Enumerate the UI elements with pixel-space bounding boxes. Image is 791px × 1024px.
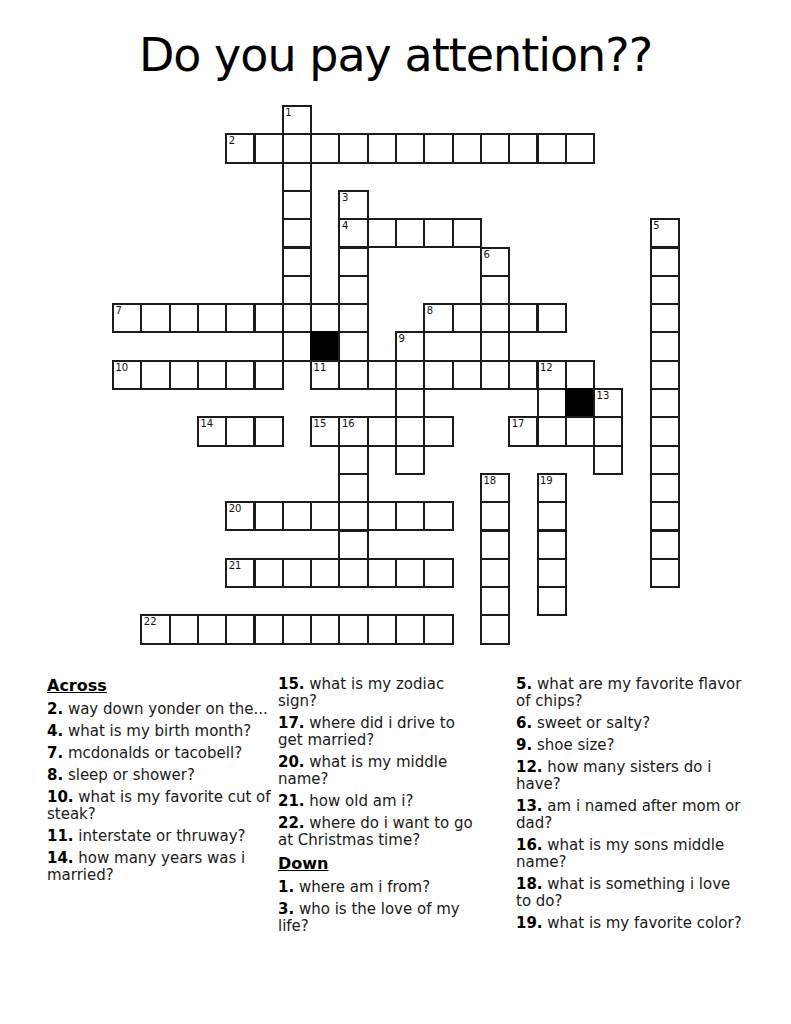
across-clue-20: 20. what is my middle name? xyxy=(278,754,484,788)
grid-cell[interactable] xyxy=(310,558,340,588)
clue-column-1: Across2. way down yonder on the...4. wha… xyxy=(47,676,275,889)
grid-cell[interactable] xyxy=(395,558,425,588)
cell-number: 20 xyxy=(229,504,242,514)
cell-number: 19 xyxy=(540,476,553,486)
grid-cell[interactable] xyxy=(367,501,397,531)
grid-cell[interactable] xyxy=(197,303,227,333)
cell-number: 21 xyxy=(229,561,242,571)
cell-number: 18 xyxy=(483,476,496,486)
clue-number-label: 15. xyxy=(278,675,305,693)
cell-number: 3 xyxy=(342,193,348,203)
grid-cell[interactable] xyxy=(254,501,284,531)
grid-cell[interactable] xyxy=(423,416,453,446)
grid-cell[interactable] xyxy=(650,501,680,531)
grid-cell[interactable] xyxy=(593,445,623,475)
grid-cell[interactable] xyxy=(254,558,284,588)
grid-cell[interactable] xyxy=(338,360,368,390)
cell-number: 1 xyxy=(285,108,291,118)
down-clue-12: 12. how many sisters do i have? xyxy=(516,759,744,793)
across-clue-21: 21. how old am i? xyxy=(278,793,484,810)
across-clue-8: 8. sleep or shower? xyxy=(47,767,275,784)
across-clue-11: 11. interstate or thruway? xyxy=(47,828,275,845)
cell-number: 10 xyxy=(116,363,129,373)
across-clue-14: 14. how many years was i married? xyxy=(47,850,275,884)
grid-cell[interactable] xyxy=(395,388,425,418)
grid-cell[interactable] xyxy=(225,416,255,446)
grid-cell[interactable] xyxy=(480,360,510,390)
grid-cell[interactable] xyxy=(480,586,510,616)
grid-cell[interactable] xyxy=(225,303,255,333)
grid-cell[interactable] xyxy=(282,133,312,163)
clue-number-label: 11. xyxy=(47,827,74,845)
across-clue-15: 15. what is my zodiac sign? xyxy=(278,676,484,710)
grid-cell[interactable] xyxy=(254,614,284,644)
cell-number: 13 xyxy=(597,391,610,401)
grid-cell[interactable] xyxy=(650,360,680,390)
clue-number-label: 6. xyxy=(516,714,532,732)
grid-cell[interactable] xyxy=(480,530,510,560)
grid-cell[interactable] xyxy=(423,614,453,644)
grid-cell[interactable] xyxy=(140,360,170,390)
across-header: Across xyxy=(47,676,275,695)
clue-number-label: 17. xyxy=(278,714,305,732)
cell-number: 9 xyxy=(399,334,405,344)
grid-cell[interactable] xyxy=(650,445,680,475)
grid-cell[interactable] xyxy=(650,473,680,503)
cell-number: 17 xyxy=(512,419,525,429)
grid-cell[interactable] xyxy=(367,133,397,163)
clue-number-label: 14. xyxy=(47,849,74,867)
across-clue-22: 22. where do i want to go at Christmas t… xyxy=(278,815,484,849)
grid-cell[interactable] xyxy=(537,303,567,333)
clue-number-label: 18. xyxy=(516,875,543,893)
grid-cell[interactable] xyxy=(395,445,425,475)
grid-cell[interactable] xyxy=(537,530,567,560)
grid-cell[interactable] xyxy=(480,133,510,163)
cell-number: 5 xyxy=(653,221,659,231)
crossword-grid: 12345678910111213141516171819202122 xyxy=(0,0,791,670)
grid-cell[interactable] xyxy=(423,360,453,390)
across-clue-10: 10. what is my favorite cut of steak? xyxy=(47,789,275,823)
cell-number: 22 xyxy=(144,617,157,627)
grid-cell[interactable] xyxy=(367,218,397,248)
grid-cell[interactable] xyxy=(537,416,567,446)
cell-number: 16 xyxy=(342,419,355,429)
grid-cell[interactable] xyxy=(282,331,312,361)
grid-cell[interactable] xyxy=(338,614,368,644)
down-clue-16: 16. what is my sons middle name? xyxy=(516,837,744,871)
grid-cell[interactable] xyxy=(650,331,680,361)
grid-cell[interactable] xyxy=(254,303,284,333)
clue-number-label: 19. xyxy=(516,914,543,932)
grid-cell[interactable] xyxy=(480,501,510,531)
grid-cell[interactable] xyxy=(537,388,567,418)
grid-cell[interactable] xyxy=(565,133,595,163)
grid-cell[interactable] xyxy=(367,558,397,588)
grid-cell[interactable] xyxy=(140,303,170,333)
grid-cell[interactable] xyxy=(282,501,312,531)
clue-number-label: 3. xyxy=(278,900,294,918)
grid-cell[interactable] xyxy=(537,558,567,588)
cell-number: 14 xyxy=(200,419,213,429)
grid-cell[interactable] xyxy=(650,275,680,305)
grid-cell[interactable] xyxy=(254,133,284,163)
clue-number-label: 8. xyxy=(47,766,63,784)
across-clue-7: 7. mcdonalds or tacobell? xyxy=(47,745,275,762)
clue-number-label: 5. xyxy=(516,675,532,693)
grid-cell[interactable] xyxy=(395,218,425,248)
clue-number-label: 16. xyxy=(516,836,543,854)
cell-number: 4 xyxy=(342,221,348,231)
grid-cell[interactable] xyxy=(197,360,227,390)
grid-cell[interactable] xyxy=(650,247,680,277)
grid-cell[interactable] xyxy=(282,614,312,644)
grid-cell[interactable] xyxy=(254,416,284,446)
grid-cell[interactable] xyxy=(254,360,284,390)
grid-cell[interactable] xyxy=(367,360,397,390)
down-clue-6: 6. sweet or salty? xyxy=(516,715,744,732)
grid-cell[interactable] xyxy=(367,416,397,446)
grid-cell[interactable] xyxy=(508,303,538,333)
cell-number: 11 xyxy=(314,363,327,373)
grid-cell[interactable] xyxy=(452,133,482,163)
clue-number-label: 10. xyxy=(47,788,74,806)
grid-cell[interactable] xyxy=(282,558,312,588)
clue-number-label: 20. xyxy=(278,753,305,771)
cell-number: 15 xyxy=(314,419,327,429)
clue-number-label: 7. xyxy=(47,744,63,762)
grid-cell[interactable] xyxy=(650,416,680,446)
grid-cell[interactable] xyxy=(282,218,312,248)
grid-cell[interactable] xyxy=(565,416,595,446)
black-cell xyxy=(565,388,595,418)
grid-cell[interactable] xyxy=(310,303,340,333)
grid-cell[interactable] xyxy=(537,501,567,531)
grid-cell[interactable] xyxy=(508,133,538,163)
across-clue-2: 2. way down yonder on the... xyxy=(47,701,275,718)
grid-cell[interactable] xyxy=(650,303,680,333)
grid-cell[interactable] xyxy=(423,218,453,248)
grid-cell[interactable] xyxy=(452,360,482,390)
grid-cell[interactable] xyxy=(423,558,453,588)
grid-cell[interactable] xyxy=(169,360,199,390)
grid-cell[interactable] xyxy=(508,360,538,390)
grid-cell[interactable] xyxy=(537,586,567,616)
grid-cell[interactable] xyxy=(338,331,368,361)
grid-cell[interactable] xyxy=(338,275,368,305)
grid-cell[interactable] xyxy=(338,558,368,588)
grid-cell[interactable] xyxy=(423,501,453,531)
grid-cell[interactable] xyxy=(338,530,368,560)
grid-cell[interactable] xyxy=(338,473,368,503)
grid-cell[interactable] xyxy=(310,501,340,531)
grid-cell[interactable] xyxy=(480,331,510,361)
grid-cell[interactable] xyxy=(480,303,510,333)
grid-cell[interactable] xyxy=(537,133,567,163)
clue-number-label: 21. xyxy=(278,792,305,810)
down-clue-19: 19. what is my favorite color? xyxy=(516,915,744,932)
grid-cell[interactable] xyxy=(395,501,425,531)
grid-cell[interactable] xyxy=(480,614,510,644)
clue-number-label: 9. xyxy=(516,736,532,754)
grid-cell[interactable] xyxy=(338,445,368,475)
grid-cell[interactable] xyxy=(367,614,397,644)
grid-cell[interactable] xyxy=(282,275,312,305)
clue-number-label: 4. xyxy=(47,722,63,740)
cell-number: 2 xyxy=(229,136,235,146)
grid-cell[interactable] xyxy=(395,133,425,163)
grid-cell[interactable] xyxy=(423,133,453,163)
grid-cell[interactable] xyxy=(650,530,680,560)
cell-number: 8 xyxy=(427,306,433,316)
grid-cell[interactable] xyxy=(225,360,255,390)
grid-cell[interactable] xyxy=(338,303,368,333)
grid-cell[interactable] xyxy=(452,218,482,248)
down-clue-3: 3. who is the love of my life? xyxy=(278,901,484,935)
grid-cell[interactable] xyxy=(338,133,368,163)
clue-number-label: 22. xyxy=(278,814,305,832)
grid-cell[interactable] xyxy=(452,303,482,333)
down-clue-18: 18. what is something i love to do? xyxy=(516,876,744,910)
cell-number: 6 xyxy=(483,250,489,260)
down-header: Down xyxy=(278,854,484,873)
grid-cell[interactable] xyxy=(395,614,425,644)
across-clue-4: 4. what is my birth month? xyxy=(47,723,275,740)
grid-cell[interactable] xyxy=(480,558,510,588)
clue-column-2: 15. what is my zodiac sign?17. where did… xyxy=(278,676,484,940)
grid-cell[interactable] xyxy=(650,558,680,588)
grid-cell[interactable] xyxy=(169,614,199,644)
cell-number: 7 xyxy=(116,306,122,316)
down-clue-5: 5. what are my favorite flavor of chips? xyxy=(516,676,744,710)
grid-cell[interactable] xyxy=(282,247,312,277)
clue-number-label: 2. xyxy=(47,700,63,718)
grid-cell[interactable] xyxy=(282,303,312,333)
down-clue-1: 1. where am i from? xyxy=(278,879,484,896)
clue-number-label: 12. xyxy=(516,758,543,776)
grid-cell[interactable] xyxy=(338,247,368,277)
clue-column-3: 5. what are my favorite flavor of chips?… xyxy=(516,676,744,937)
clue-number-label: 13. xyxy=(516,797,543,815)
black-cell xyxy=(310,331,340,361)
grid-cell[interactable] xyxy=(338,501,368,531)
grid-cell[interactable] xyxy=(395,360,425,390)
clue-number-label: 1. xyxy=(278,878,294,896)
grid-cell[interactable] xyxy=(480,275,510,305)
grid-cell[interactable] xyxy=(593,416,623,446)
grid-cell[interactable] xyxy=(395,416,425,446)
grid-cell[interactable] xyxy=(310,614,340,644)
grid-cell[interactable] xyxy=(282,162,312,192)
grid-cell[interactable] xyxy=(225,614,255,644)
grid-cell[interactable] xyxy=(282,190,312,220)
grid-cell[interactable] xyxy=(310,133,340,163)
grid-cell[interactable] xyxy=(169,303,199,333)
down-clue-13: 13. am i named after mom or dad? xyxy=(516,798,744,832)
down-clue-9: 9. shoe size? xyxy=(516,737,744,754)
cell-number: 12 xyxy=(540,363,553,373)
grid-cell[interactable] xyxy=(197,614,227,644)
grid-cell[interactable] xyxy=(565,360,595,390)
grid-cell[interactable] xyxy=(650,388,680,418)
across-clue-17: 17. where did i drive to get married? xyxy=(278,715,484,749)
